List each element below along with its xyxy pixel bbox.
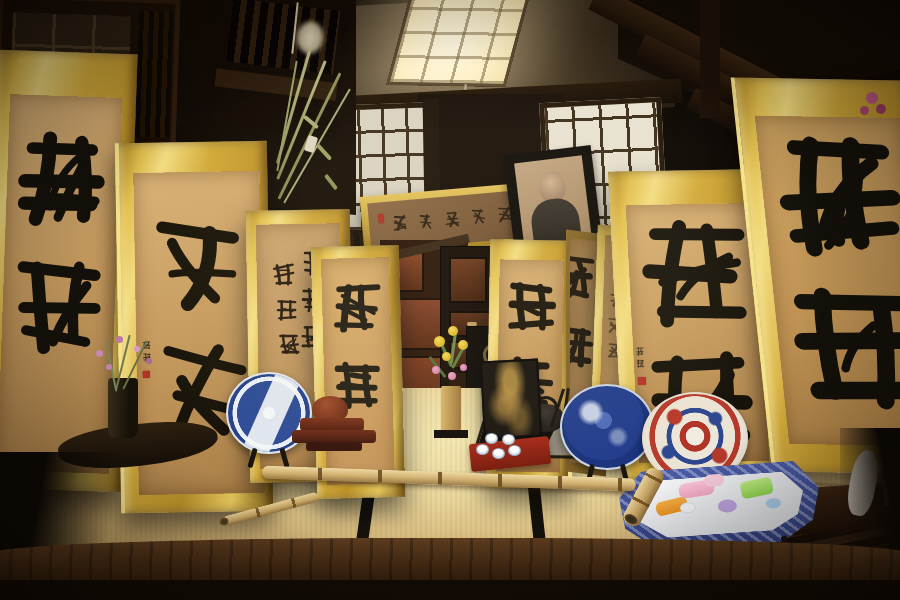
plant-leaf — [324, 174, 338, 191]
wildflower — [134, 346, 140, 352]
red-lacquer-stand — [286, 392, 386, 464]
roof-post — [700, 0, 720, 118]
plate-face — [560, 384, 654, 470]
yellow-mum — [434, 336, 445, 347]
skylight-window — [386, 0, 530, 87]
wagashi-pink-small — [704, 474, 725, 487]
wildflower — [146, 358, 152, 364]
wildflower — [116, 336, 123, 343]
black-placard — [480, 359, 542, 440]
screen-paper — [755, 116, 900, 447]
vase-base — [434, 430, 468, 438]
sake-cup — [476, 444, 489, 455]
plant-string — [291, 2, 298, 54]
lacquer-foot — [306, 442, 362, 451]
plate-stand-leg — [247, 448, 257, 469]
sake-cup — [485, 433, 498, 444]
flower — [860, 106, 869, 115]
pink-flower — [460, 364, 467, 371]
yellow-mum — [458, 340, 468, 350]
tansu-door-left — [449, 257, 487, 303]
plant-leaf — [316, 143, 332, 161]
tall-vase — [441, 386, 461, 434]
sake-cup — [508, 445, 521, 456]
bamboo-open-end — [219, 517, 230, 527]
wildflower — [106, 364, 112, 370]
foreground-dark-strip — [0, 580, 900, 600]
pink-flower — [448, 372, 456, 380]
sake-cup — [492, 448, 505, 459]
flower — [876, 104, 886, 114]
flower — [866, 92, 878, 104]
plaque-seal — [378, 214, 384, 223]
room-photo — [0, 0, 900, 600]
hanging-plant — [262, 0, 372, 230]
loft-cabinet-slats — [135, 11, 173, 138]
wildflower — [96, 350, 103, 357]
yellow-mum — [442, 352, 451, 361]
wildflower-stems — [76, 328, 176, 398]
yellow-mum — [448, 326, 458, 336]
pink-flowers-top-right — [856, 88, 892, 128]
screen-paper — [0, 94, 122, 474]
sake-cup — [502, 434, 515, 445]
pink-flower — [432, 366, 440, 374]
